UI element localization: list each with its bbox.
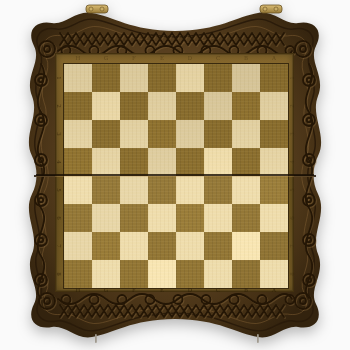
rank-labels-left: 12345678 (55, 64, 63, 288)
file-label: A (260, 287, 288, 293)
square-b3 (232, 120, 260, 148)
rank-label: 3 (278, 130, 306, 138)
square-g3 (92, 120, 120, 148)
rank-label: 2 (278, 102, 306, 110)
product-photo: HGFEDCBA HGFEDCBA 12345678 12345678 (0, 0, 350, 350)
square-g6 (92, 204, 120, 232)
square-e6 (148, 204, 176, 232)
file-label: C (204, 287, 232, 293)
square-d2 (176, 92, 204, 120)
square-f5 (120, 176, 148, 204)
square-d1 (176, 64, 204, 92)
latch-pin-right (257, 334, 259, 343)
file-label: E (148, 287, 176, 293)
square-e2 (148, 92, 176, 120)
file-label: C (204, 54, 232, 63)
file-label: H (64, 287, 92, 293)
square-c4 (204, 148, 232, 176)
square-e7 (148, 232, 176, 260)
rank-label: 3 (45, 130, 73, 138)
rank-label: 6 (45, 214, 73, 222)
square-c7 (204, 232, 232, 260)
file-label: E (148, 54, 176, 63)
rank-label: 7 (278, 242, 306, 250)
square-b7 (232, 232, 260, 260)
file-label: F (120, 287, 148, 293)
hinge-right (260, 5, 282, 13)
square-b6 (232, 204, 260, 232)
file-label: D (176, 287, 204, 293)
file-label: B (232, 54, 260, 63)
rank-label: 8 (45, 270, 73, 278)
square-f6 (120, 204, 148, 232)
square-c1 (204, 64, 232, 92)
square-g1 (92, 64, 120, 92)
square-d8 (176, 260, 204, 288)
fold-seam (36, 174, 314, 176)
square-g7 (92, 232, 120, 260)
rank-label: 6 (278, 214, 306, 222)
square-f2 (120, 92, 148, 120)
square-g4 (92, 148, 120, 176)
square-e1 (148, 64, 176, 92)
rank-labels-right: 12345678 (288, 64, 296, 288)
file-labels-top: HGFEDCBA (64, 54, 288, 63)
square-c2 (204, 92, 232, 120)
file-labels-bottom: HGFEDCBA (64, 287, 288, 293)
square-d3 (176, 120, 204, 148)
square-f4 (120, 148, 148, 176)
square-e4 (148, 148, 176, 176)
rank-label: 8 (278, 270, 306, 278)
chess-board (63, 63, 289, 289)
square-d7 (176, 232, 204, 260)
latch-pin-left (95, 334, 97, 343)
square-e5 (148, 176, 176, 204)
square-f1 (120, 64, 148, 92)
square-f3 (120, 120, 148, 148)
square-g8 (92, 260, 120, 288)
square-b5 (232, 176, 260, 204)
rank-label: 2 (45, 102, 73, 110)
square-d6 (176, 204, 204, 232)
square-d5 (176, 176, 204, 204)
file-label: F (120, 54, 148, 63)
square-b4 (232, 148, 260, 176)
rank-label: 1 (278, 74, 306, 82)
square-c6 (204, 204, 232, 232)
rank-label: 5 (45, 186, 73, 194)
square-e8 (148, 260, 176, 288)
square-b1 (232, 64, 260, 92)
square-f8 (120, 260, 148, 288)
square-f7 (120, 232, 148, 260)
file-label: H (64, 54, 92, 63)
square-d4 (176, 148, 204, 176)
rank-label: 4 (278, 158, 306, 166)
square-c8 (204, 260, 232, 288)
rank-label: 4 (45, 158, 73, 166)
square-e3 (148, 120, 176, 148)
file-label: G (92, 287, 120, 293)
square-b2 (232, 92, 260, 120)
square-g5 (92, 176, 120, 204)
file-label: D (176, 54, 204, 63)
file-label: G (92, 54, 120, 63)
hinge-left (86, 5, 108, 13)
square-b8 (232, 260, 260, 288)
square-g2 (92, 92, 120, 120)
file-label: B (232, 287, 260, 293)
rank-label: 5 (278, 186, 306, 194)
square-c5 (204, 176, 232, 204)
square-c3 (204, 120, 232, 148)
rank-label: 1 (45, 74, 73, 82)
file-label: A (260, 54, 288, 63)
rank-label: 7 (45, 242, 73, 250)
